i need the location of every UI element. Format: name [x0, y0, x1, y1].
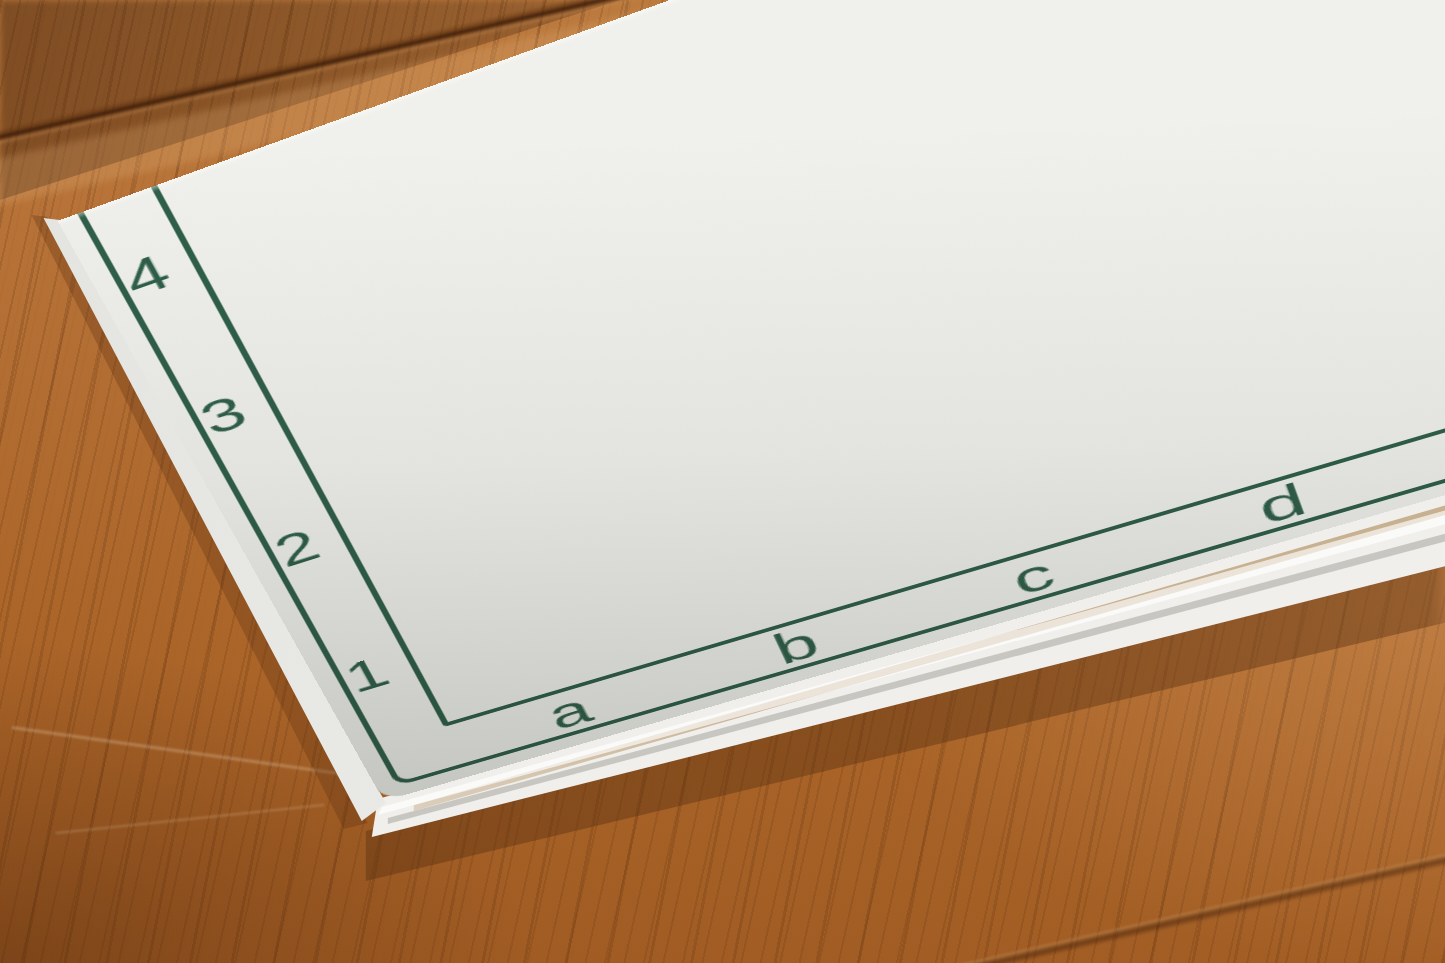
- photo-scene: 4321 abcd: [0, 0, 1445, 963]
